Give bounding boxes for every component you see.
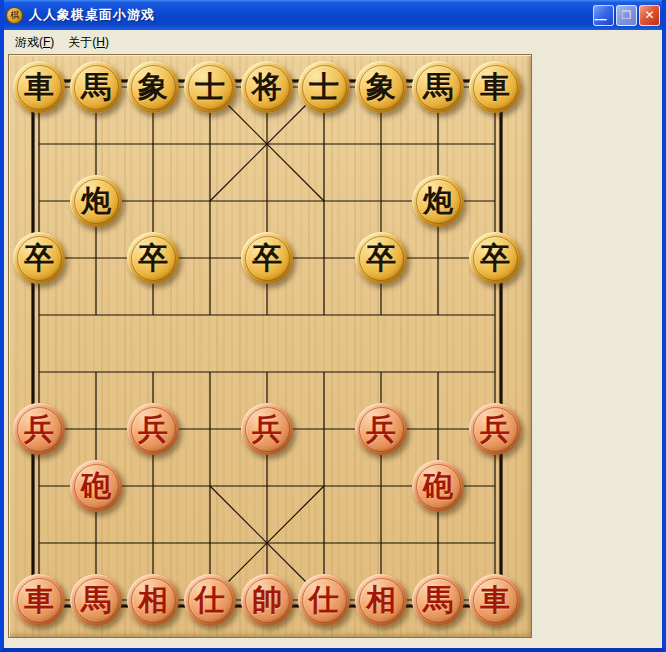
piece-red-advisor[interactable]: 仕: [298, 574, 350, 626]
piece-glyph: 兵: [24, 414, 54, 444]
piece-glyph: 砲: [81, 471, 111, 501]
piece-glyph: 士: [309, 72, 339, 102]
piece-red-horse[interactable]: 馬: [70, 574, 122, 626]
piece-glyph: 帥: [252, 585, 282, 615]
piece-black-horse[interactable]: 馬: [70, 61, 122, 113]
xiangqi-board[interactable]: 車馬象士将士象馬車炮炮卒卒卒卒卒兵兵兵兵兵砲砲車馬相仕帥仕相馬車: [8, 54, 532, 638]
piece-red-elephant[interactable]: 相: [127, 574, 179, 626]
window-title: 人人象棋桌面小游戏: [29, 6, 593, 24]
close-icon: ✕: [644, 8, 654, 22]
piece-black-advisor[interactable]: 士: [184, 61, 236, 113]
piece-glyph: 卒: [252, 243, 282, 273]
piece-glyph: 象: [138, 72, 168, 102]
close-button[interactable]: ✕: [639, 5, 660, 26]
maximize-button[interactable]: ❐: [616, 5, 637, 26]
menu-bar: 游戏(F)关于(H): [4, 30, 662, 54]
menu-item-h[interactable]: 关于(H): [61, 31, 116, 54]
piece-black-soldier[interactable]: 卒: [469, 232, 521, 284]
piece-glyph: 仕: [309, 585, 339, 615]
piece-black-soldier[interactable]: 卒: [355, 232, 407, 284]
piece-black-chariot[interactable]: 車: [469, 61, 521, 113]
piece-glyph: 仕: [195, 585, 225, 615]
piece-red-soldier[interactable]: 兵: [469, 403, 521, 455]
piece-black-soldier[interactable]: 卒: [13, 232, 65, 284]
piece-black-general[interactable]: 将: [241, 61, 293, 113]
piece-glyph: 兵: [480, 414, 510, 444]
piece-black-advisor[interactable]: 士: [298, 61, 350, 113]
piece-glyph: 兵: [138, 414, 168, 444]
piece-glyph: 卒: [138, 243, 168, 273]
piece-red-soldier[interactable]: 兵: [13, 403, 65, 455]
piece-glyph: 馬: [81, 585, 111, 615]
piece-glyph: 士: [195, 72, 225, 102]
piece-glyph: 砲: [423, 471, 453, 501]
piece-glyph: 象: [366, 72, 396, 102]
piece-glyph: 車: [480, 72, 510, 102]
piece-glyph: 卒: [24, 243, 54, 273]
minimize-icon: —: [595, 12, 607, 26]
piece-glyph: 馬: [423, 585, 453, 615]
piece-glyph: 兵: [366, 414, 396, 444]
piece-black-chariot[interactable]: 車: [13, 61, 65, 113]
piece-glyph: 将: [252, 72, 282, 102]
piece-black-elephant[interactable]: 象: [355, 61, 407, 113]
piece-glyph: 炮: [81, 186, 111, 216]
title-bar: 棋 人人象棋桌面小游戏 — ❐ ✕: [0, 0, 666, 30]
piece-black-cannon[interactable]: 炮: [412, 175, 464, 227]
minimize-button[interactable]: —: [593, 5, 614, 26]
piece-red-chariot[interactable]: 車: [13, 574, 65, 626]
piece-glyph: 兵: [252, 414, 282, 444]
piece-layer: 車馬象士将士象馬車炮炮卒卒卒卒卒兵兵兵兵兵砲砲車馬相仕帥仕相馬車: [11, 59, 524, 629]
piece-red-general[interactable]: 帥: [241, 574, 293, 626]
maximize-icon: ❐: [622, 9, 632, 22]
piece-glyph: 車: [24, 585, 54, 615]
piece-black-soldier[interactable]: 卒: [241, 232, 293, 284]
piece-red-chariot[interactable]: 車: [469, 574, 521, 626]
piece-glyph: 馬: [423, 72, 453, 102]
piece-glyph: 馬: [81, 72, 111, 102]
piece-red-soldier[interactable]: 兵: [127, 403, 179, 455]
piece-red-soldier[interactable]: 兵: [241, 403, 293, 455]
window-controls: — ❐ ✕: [593, 5, 660, 26]
piece-red-cannon[interactable]: 砲: [412, 460, 464, 512]
piece-glyph: 車: [480, 585, 510, 615]
piece-black-elephant[interactable]: 象: [127, 61, 179, 113]
menu-item-f[interactable]: 游戏(F): [8, 31, 61, 54]
app-window: 棋 人人象棋桌面小游戏 — ❐ ✕ 游戏(F)关于(H) 車馬象士将士象馬車炮炮…: [0, 0, 666, 652]
piece-black-cannon[interactable]: 炮: [70, 175, 122, 227]
app-icon-glyph: 棋: [10, 9, 19, 22]
piece-glyph: 車: [24, 72, 54, 102]
app-icon: 棋: [6, 7, 23, 24]
piece-glyph: 炮: [423, 186, 453, 216]
piece-glyph: 卒: [480, 243, 510, 273]
piece-red-cannon[interactable]: 砲: [70, 460, 122, 512]
piece-red-horse[interactable]: 馬: [412, 574, 464, 626]
piece-red-elephant[interactable]: 相: [355, 574, 407, 626]
piece-red-soldier[interactable]: 兵: [355, 403, 407, 455]
piece-glyph: 相: [138, 585, 168, 615]
piece-black-soldier[interactable]: 卒: [127, 232, 179, 284]
piece-glyph: 相: [366, 585, 396, 615]
piece-red-advisor[interactable]: 仕: [184, 574, 236, 626]
piece-black-horse[interactable]: 馬: [412, 61, 464, 113]
piece-glyph: 卒: [366, 243, 396, 273]
